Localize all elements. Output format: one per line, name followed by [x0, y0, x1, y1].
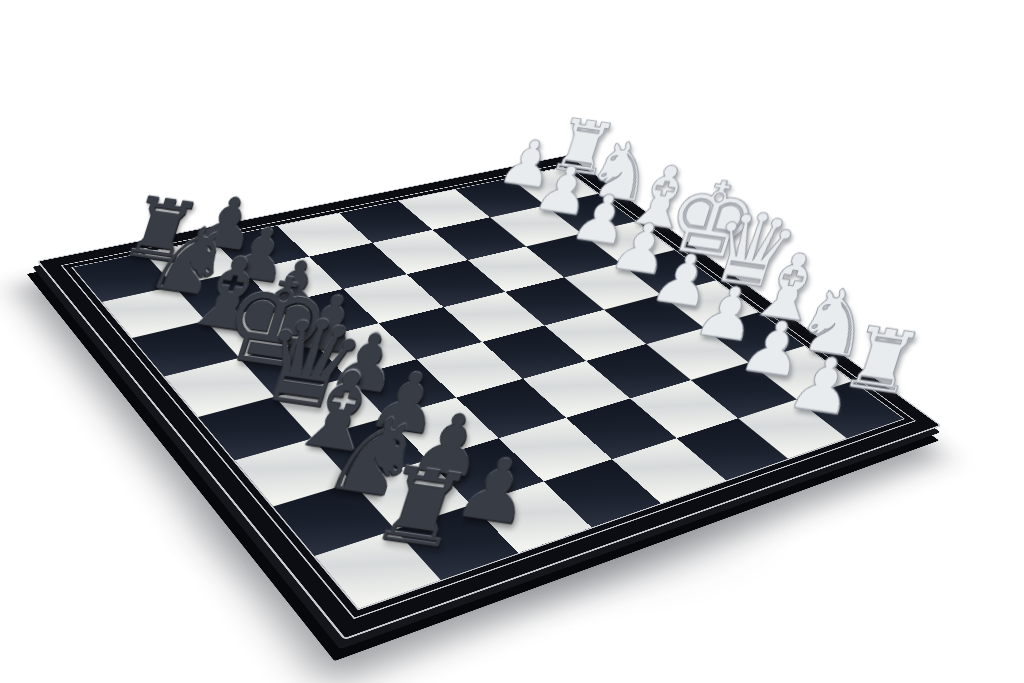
product-photo-canvas: ♜♞♝♛♚♝♞♜♟♟♟♟♟♟♟♟♟♟♟♟♟♟♟♟♜♞♝♛♚♝♞♜	[0, 0, 1024, 683]
